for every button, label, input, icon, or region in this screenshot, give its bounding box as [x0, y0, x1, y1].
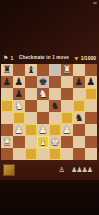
square-f8[interactable]: ♜ [61, 64, 73, 76]
progress-group[interactable]: 1/1000 [75, 55, 96, 61]
square-h2[interactable] [85, 136, 97, 148]
square-a1[interactable] [1, 148, 13, 160]
piece-wp-b3: ♟ [13, 124, 25, 136]
square-c6[interactable] [25, 88, 37, 100]
piece-bn-g4: ♞ [73, 112, 85, 124]
square-a7[interactable]: ♟ [1, 76, 13, 88]
square-e6[interactable] [49, 88, 61, 100]
square-e3[interactable] [49, 124, 61, 136]
piece-wk-e2: ♚ [49, 136, 61, 148]
square-b1[interactable] [13, 148, 25, 160]
piece-bp-b6: ♟ [13, 88, 25, 100]
flag-icon: ⚑ [3, 55, 8, 61]
square-f3[interactable]: ♟ [61, 124, 73, 136]
square-e5[interactable]: ♞ [49, 100, 61, 112]
square-c8[interactable]: ♝ [25, 64, 37, 76]
square-d1[interactable] [37, 148, 49, 160]
square-h6[interactable] [85, 88, 97, 100]
piece-wn-b5: ♞ [13, 100, 25, 112]
piece-wp-f3: ♟ [61, 124, 73, 136]
square-b8[interactable] [13, 64, 25, 76]
square-f1[interactable] [61, 148, 73, 160]
piece-bp-g7: ♟ [73, 76, 85, 88]
square-g4[interactable]: ♞ [73, 112, 85, 124]
square-d5[interactable] [37, 100, 49, 112]
square-c7[interactable] [25, 76, 37, 88]
piece-bk-d7: ♚ [37, 76, 49, 88]
square-b7[interactable]: ♟ [13, 76, 25, 88]
square-b3[interactable]: ♟ [13, 124, 25, 136]
piece-bp-a7: ♟ [1, 76, 13, 88]
square-e8[interactable] [49, 64, 61, 76]
square-d3[interactable]: ♟ [37, 124, 49, 136]
square-g7[interactable]: ♟ [73, 76, 85, 88]
square-d8[interactable] [37, 64, 49, 76]
square-d2[interactable]: ♝ [37, 136, 49, 148]
square-a4[interactable] [1, 112, 13, 124]
square-h3[interactable] [85, 124, 97, 136]
piece-bp-b7: ♟ [13, 76, 25, 88]
square-f2[interactable] [61, 136, 73, 148]
square-g8[interactable] [73, 64, 85, 76]
square-e7[interactable] [49, 76, 61, 88]
chess-board: ♜♝♜♟♟♚♟♟♟♞♞♞♞♟♟♟♜♝♚ [1, 64, 97, 160]
white-pawn-icon: ♙ [59, 165, 65, 175]
square-h5[interactable] [85, 100, 97, 112]
piece-wr-f8: ♜ [61, 64, 73, 76]
progress-counter: 1/1000 [81, 55, 96, 61]
square-g5[interactable] [73, 100, 85, 112]
square-c3[interactable] [25, 124, 37, 136]
square-d7[interactable]: ♚ [37, 76, 49, 88]
square-e1[interactable] [49, 148, 61, 160]
square-e2[interactable]: ♚ [49, 136, 61, 148]
avatar [3, 164, 15, 176]
square-f6[interactable] [61, 88, 73, 100]
square-b6[interactable]: ♟ [13, 88, 25, 100]
square-b4[interactable] [13, 112, 25, 124]
piece-wn-d6: ♞ [37, 88, 49, 100]
square-b5[interactable]: ♞ [13, 100, 25, 112]
piece-bp-h7: ♟ [85, 76, 97, 88]
square-a8[interactable]: ♜ [1, 64, 13, 76]
square-g1[interactable] [73, 148, 85, 160]
status-bar [0, 0, 99, 8]
square-b2[interactable] [13, 136, 25, 148]
square-g6[interactable] [73, 88, 85, 100]
puzzle-toolbar: ⚑ 1 Checkmate in 1 move 1/1000 [0, 51, 99, 64]
square-h8[interactable] [85, 64, 97, 76]
app-screen: ⚑ 1 Checkmate in 1 move 1/1000 ♜♝♜♟♟♚♟♟♟… [0, 0, 99, 215]
pencil-icon [74, 55, 80, 61]
piece-bb-c8: ♝ [25, 64, 37, 76]
square-f4[interactable] [61, 112, 73, 124]
square-h7[interactable]: ♟ [85, 76, 97, 88]
square-c5[interactable] [25, 100, 37, 112]
bottom-panel [0, 180, 99, 215]
square-a2[interactable]: ♜ [1, 136, 13, 148]
puzzle-title: Checkmate in 1 move [13, 55, 75, 60]
square-d4[interactable] [37, 112, 49, 124]
square-g2[interactable] [73, 136, 85, 148]
captured-pieces: ♟♟♟♟ [71, 165, 92, 175]
square-h4[interactable] [85, 112, 97, 124]
square-c2[interactable] [25, 136, 37, 148]
square-f7[interactable] [61, 76, 73, 88]
piece-bn-e5: ♞ [49, 100, 61, 112]
square-g3[interactable] [73, 124, 85, 136]
piece-wp-d3: ♟ [37, 124, 49, 136]
square-a5[interactable] [1, 100, 13, 112]
square-a3[interactable] [1, 124, 13, 136]
streak-group[interactable]: ⚑ 1 [3, 55, 13, 61]
square-f5[interactable] [61, 100, 73, 112]
piece-br-a8: ♜ [1, 64, 13, 76]
piece-wr-a2: ♜ [1, 136, 13, 148]
player-bar: ♙ ♟♟♟♟ [0, 160, 99, 180]
square-a6[interactable] [1, 88, 13, 100]
battery-icon [93, 2, 97, 4]
square-d6[interactable]: ♞ [37, 88, 49, 100]
square-h1[interactable] [85, 148, 97, 160]
square-c1[interactable] [25, 148, 37, 160]
square-c4[interactable] [25, 112, 37, 124]
piece-wb-d2: ♝ [37, 136, 49, 148]
square-e4[interactable] [49, 112, 61, 124]
